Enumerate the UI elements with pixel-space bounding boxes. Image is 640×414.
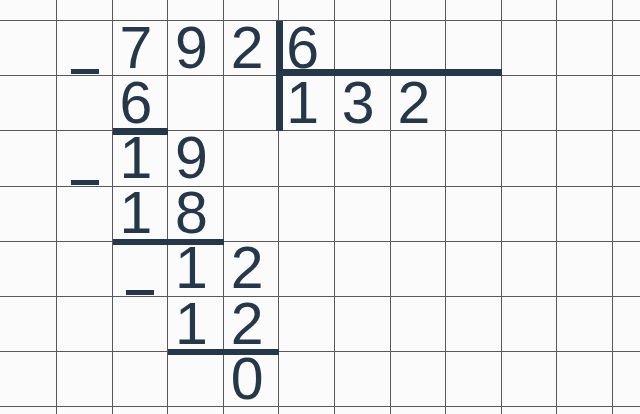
grid-cell bbox=[113, 407, 169, 414]
grid-cell bbox=[57, 187, 113, 242]
grid-cell bbox=[502, 21, 558, 76]
grid-cell bbox=[613, 21, 640, 76]
digit: 1 bbox=[119, 184, 152, 243]
grid-cell bbox=[168, 352, 224, 407]
grid-cell bbox=[224, 76, 280, 131]
grid-cell bbox=[446, 187, 502, 242]
grid-cell bbox=[613, 0, 640, 21]
grid-cell bbox=[557, 352, 613, 407]
grid-cell bbox=[502, 242, 558, 297]
grid-cell bbox=[502, 187, 558, 242]
grid-cell bbox=[0, 407, 57, 414]
grid-cell bbox=[335, 352, 391, 407]
digit: 0 bbox=[231, 350, 264, 409]
grid-cell: 9 bbox=[168, 131, 224, 186]
grid-cell bbox=[335, 187, 391, 242]
grid-cell bbox=[335, 0, 391, 21]
grid-cell bbox=[391, 0, 447, 21]
grid-cell bbox=[557, 407, 613, 414]
grid-cell bbox=[57, 407, 113, 414]
grid-cell bbox=[391, 187, 447, 242]
grid-cell bbox=[0, 76, 57, 131]
grid-cell bbox=[446, 242, 502, 297]
grid-cell: 8 bbox=[168, 187, 224, 242]
grid-cell bbox=[335, 297, 391, 352]
digit: 1 bbox=[175, 295, 208, 354]
grid-cell bbox=[224, 131, 280, 186]
grid-cell bbox=[446, 297, 502, 352]
grid-cell bbox=[446, 0, 502, 21]
grid-cell: 9 bbox=[168, 21, 224, 76]
grid-cell: 6 bbox=[279, 21, 335, 76]
grid-cell bbox=[446, 76, 502, 131]
grid-cell bbox=[502, 131, 558, 186]
grid-cell bbox=[446, 131, 502, 186]
digit: 3 bbox=[342, 74, 375, 133]
grid-cell bbox=[502, 407, 558, 414]
grid-cell: 1 bbox=[113, 131, 169, 186]
grid-cell bbox=[0, 131, 57, 186]
digit: 2 bbox=[231, 19, 264, 78]
digit: 2 bbox=[231, 239, 264, 298]
grid-cell bbox=[557, 131, 613, 186]
grid-cell bbox=[279, 407, 335, 414]
grid-cell: 1 bbox=[168, 297, 224, 352]
grid-cell bbox=[557, 21, 613, 76]
digit: 8 bbox=[175, 184, 208, 243]
digit: 2 bbox=[231, 295, 264, 354]
grid-cell bbox=[57, 242, 113, 297]
grid-cell bbox=[391, 407, 447, 414]
grid-cell bbox=[57, 131, 113, 186]
grid-cell bbox=[613, 352, 640, 407]
grid-cell: 7 bbox=[113, 21, 169, 76]
grid-cell bbox=[279, 187, 335, 242]
digit: 6 bbox=[119, 74, 152, 133]
grid-cell bbox=[57, 21, 113, 76]
digit: 1 bbox=[286, 74, 319, 133]
grid-cell bbox=[57, 0, 113, 21]
grid-cell: 2 bbox=[391, 76, 447, 131]
grid-cell: 1 bbox=[113, 187, 169, 242]
digit: 9 bbox=[175, 129, 208, 188]
grid-cell bbox=[279, 352, 335, 407]
grid-cell bbox=[113, 242, 169, 297]
grid-cell bbox=[57, 76, 113, 131]
grid-cell bbox=[335, 407, 391, 414]
grid-cell bbox=[335, 131, 391, 186]
grid-cell bbox=[335, 242, 391, 297]
grid-cell bbox=[502, 297, 558, 352]
grid-cell bbox=[446, 21, 502, 76]
grid-cell bbox=[57, 297, 113, 352]
grid-cell bbox=[613, 297, 640, 352]
grid-cell bbox=[613, 242, 640, 297]
grid-cell bbox=[391, 131, 447, 186]
grid-cell bbox=[557, 76, 613, 131]
grid-cell bbox=[224, 187, 280, 242]
grid-cell bbox=[279, 297, 335, 352]
grid-cell bbox=[279, 242, 335, 297]
digit: 1 bbox=[175, 239, 208, 298]
grid-cell bbox=[613, 187, 640, 242]
grid-cell bbox=[0, 0, 57, 21]
grid-cell bbox=[168, 407, 224, 414]
grid-cell bbox=[557, 187, 613, 242]
digit: 2 bbox=[397, 74, 430, 133]
grid-cell bbox=[113, 297, 169, 352]
grid-cell: 3 bbox=[335, 76, 391, 131]
grid-cell bbox=[113, 352, 169, 407]
grid-cell bbox=[391, 242, 447, 297]
grid-cell bbox=[557, 297, 613, 352]
grid-cell bbox=[0, 352, 57, 407]
grid-cell bbox=[0, 187, 57, 242]
grid-cell bbox=[613, 131, 640, 186]
digit: 1 bbox=[119, 129, 152, 188]
grid-cell bbox=[446, 352, 502, 407]
grid-cell bbox=[613, 407, 640, 414]
grid-cell bbox=[446, 407, 502, 414]
grid-cell bbox=[391, 297, 447, 352]
grid-cell: 2 bbox=[224, 297, 280, 352]
digit: 7 bbox=[119, 19, 152, 78]
grid-cell: 0 bbox=[224, 352, 280, 407]
grid-cell bbox=[391, 21, 447, 76]
grid-cell bbox=[335, 21, 391, 76]
grid-cell bbox=[502, 352, 558, 407]
grid-cell: 2 bbox=[224, 242, 280, 297]
grid-cell bbox=[502, 0, 558, 21]
grid-cell: 1 bbox=[168, 242, 224, 297]
grid-cell bbox=[0, 242, 57, 297]
grid-cell bbox=[613, 76, 640, 131]
grid-cell bbox=[0, 297, 57, 352]
squared-paper-grid: 79266132191812120 bbox=[0, 0, 640, 414]
grid-cell bbox=[557, 0, 613, 21]
grid-cell bbox=[391, 352, 447, 407]
grid-cell: 6 bbox=[113, 76, 169, 131]
long-division-worksheet: 79266132191812120 bbox=[0, 0, 640, 414]
grid-cell bbox=[168, 76, 224, 131]
grid-cell: 2 bbox=[224, 21, 280, 76]
grid-cell bbox=[557, 242, 613, 297]
grid-cell bbox=[279, 131, 335, 186]
grid-cell bbox=[57, 352, 113, 407]
grid-cell bbox=[0, 21, 57, 76]
digit: 6 bbox=[286, 19, 319, 78]
grid-cell: 1 bbox=[279, 76, 335, 131]
grid-cell bbox=[502, 76, 558, 131]
digit: 9 bbox=[175, 19, 208, 78]
